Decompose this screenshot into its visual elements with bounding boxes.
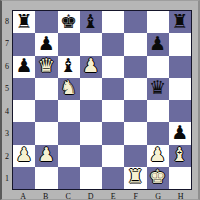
square-a3[interactable]	[13, 122, 35, 144]
file-label-e: E	[102, 191, 125, 200]
piece-white-rook[interactable]: ♜	[127, 167, 144, 186]
square-h6[interactable]	[169, 56, 191, 78]
square-c2[interactable]	[58, 145, 80, 167]
square-g5[interactable]: ♛	[147, 78, 169, 100]
square-d2[interactable]	[80, 145, 102, 167]
square-e1[interactable]	[102, 167, 124, 189]
square-c5[interactable]: ♞	[58, 78, 80, 100]
file-label-f: F	[125, 191, 148, 200]
square-a2[interactable]: ♟	[13, 145, 35, 167]
square-f7[interactable]	[124, 33, 146, 55]
file-label-h: H	[170, 191, 193, 200]
rank-label-7: 7	[2, 33, 12, 56]
piece-white-pawn[interactable]: ♟	[82, 56, 99, 75]
square-b4[interactable]	[35, 100, 57, 122]
square-g3[interactable]	[147, 122, 169, 144]
square-f2[interactable]	[124, 145, 146, 167]
piece-white-pawn[interactable]: ♟	[16, 145, 33, 164]
square-b2[interactable]: ♟	[35, 145, 57, 167]
square-d7[interactable]	[80, 33, 102, 55]
file-label-a: A	[12, 191, 35, 200]
rank-labels: 8 7 6 5 4 3 2 1	[2, 10, 12, 190]
square-e8[interactable]	[102, 11, 124, 33]
square-e6[interactable]	[102, 56, 124, 78]
piece-black-pawn[interactable]: ♟	[171, 123, 188, 142]
square-d5[interactable]	[80, 78, 102, 100]
rank-label-1: 1	[2, 168, 12, 191]
square-a4[interactable]	[13, 100, 35, 122]
square-f1[interactable]: ♜	[124, 167, 146, 189]
piece-white-queen[interactable]: ♛	[38, 56, 55, 75]
square-h5[interactable]	[169, 78, 191, 100]
square-g8[interactable]	[147, 11, 169, 33]
piece-black-queen[interactable]: ♛	[149, 78, 166, 97]
piece-white-pawn[interactable]: ♟	[149, 145, 166, 164]
square-e2[interactable]	[102, 145, 124, 167]
square-g4[interactable]	[147, 100, 169, 122]
square-h2[interactable]: ♝	[169, 145, 191, 167]
square-d3[interactable]	[80, 122, 102, 144]
piece-black-pawn[interactable]: ♟	[16, 56, 33, 75]
rank-label-4: 4	[2, 100, 12, 123]
piece-black-bishop[interactable]: ♝	[82, 12, 99, 31]
square-b6[interactable]: ♛	[35, 56, 57, 78]
square-b3[interactable]	[35, 122, 57, 144]
chess-board: ♜♚♝♜♟♟♟♛♝♟♞♛♟♟♟♟♝♜♚	[12, 10, 192, 190]
piece-white-bishop[interactable]: ♝	[171, 145, 188, 164]
square-a7[interactable]	[13, 33, 35, 55]
square-h3[interactable]: ♟	[169, 122, 191, 144]
file-label-c: C	[57, 191, 80, 200]
square-d1[interactable]	[80, 167, 102, 189]
file-labels: A B C D E F G H	[12, 191, 192, 200]
rank-label-3: 3	[2, 123, 12, 146]
square-h8[interactable]: ♜	[169, 11, 191, 33]
rank-label-2: 2	[2, 145, 12, 168]
square-h7[interactable]	[169, 33, 191, 55]
square-b1[interactable]	[35, 167, 57, 189]
piece-white-king[interactable]: ♚	[149, 167, 166, 186]
file-label-b: B	[35, 191, 58, 200]
piece-white-knight[interactable]: ♞	[60, 78, 77, 97]
square-e5[interactable]	[102, 78, 124, 100]
square-c7[interactable]	[58, 33, 80, 55]
piece-white-pawn[interactable]: ♟	[38, 145, 55, 164]
square-b5[interactable]	[35, 78, 57, 100]
square-g1[interactable]: ♚	[147, 167, 169, 189]
square-d8[interactable]: ♝	[80, 11, 102, 33]
rank-label-5: 5	[2, 78, 12, 101]
square-f6[interactable]	[124, 56, 146, 78]
rank-label-6: 6	[2, 55, 12, 78]
square-a1[interactable]	[13, 167, 35, 189]
square-f3[interactable]	[124, 122, 146, 144]
square-c1[interactable]	[58, 167, 80, 189]
square-f8[interactable]	[124, 11, 146, 33]
piece-black-bishop[interactable]: ♝	[60, 56, 77, 75]
square-f5[interactable]	[124, 78, 146, 100]
square-a6[interactable]: ♟	[13, 56, 35, 78]
square-a8[interactable]: ♜	[13, 11, 35, 33]
file-label-g: G	[147, 191, 170, 200]
square-h4[interactable]	[169, 100, 191, 122]
piece-black-pawn[interactable]: ♟	[38, 34, 55, 53]
square-c8[interactable]: ♚	[58, 11, 80, 33]
square-c4[interactable]	[58, 100, 80, 122]
square-e4[interactable]	[102, 100, 124, 122]
square-f4[interactable]	[124, 100, 146, 122]
square-e7[interactable]	[102, 33, 124, 55]
square-b7[interactable]: ♟	[35, 33, 57, 55]
square-g2[interactable]: ♟	[147, 145, 169, 167]
chess-window: 8 7 6 5 4 3 2 1 ♜♚♝♜♟♟♟♛♝♟♞♛♟♟♟♟♝♜♚ A B …	[0, 0, 200, 200]
piece-black-rook[interactable]: ♜	[16, 12, 33, 31]
square-g6[interactable]	[147, 56, 169, 78]
square-c3[interactable]	[58, 122, 80, 144]
square-b8[interactable]	[35, 11, 57, 33]
piece-black-king[interactable]: ♚	[60, 12, 77, 31]
piece-black-rook[interactable]: ♜	[171, 12, 188, 31]
square-a5[interactable]	[13, 78, 35, 100]
square-d6[interactable]: ♟	[80, 56, 102, 78]
square-h1[interactable]	[169, 167, 191, 189]
square-e3[interactable]	[102, 122, 124, 144]
square-c6[interactable]: ♝	[58, 56, 80, 78]
square-g7[interactable]: ♟	[147, 33, 169, 55]
file-label-d: D	[80, 191, 103, 200]
square-d4[interactable]	[80, 100, 102, 122]
piece-black-pawn[interactable]: ♟	[149, 34, 166, 53]
rank-label-8: 8	[2, 10, 12, 33]
